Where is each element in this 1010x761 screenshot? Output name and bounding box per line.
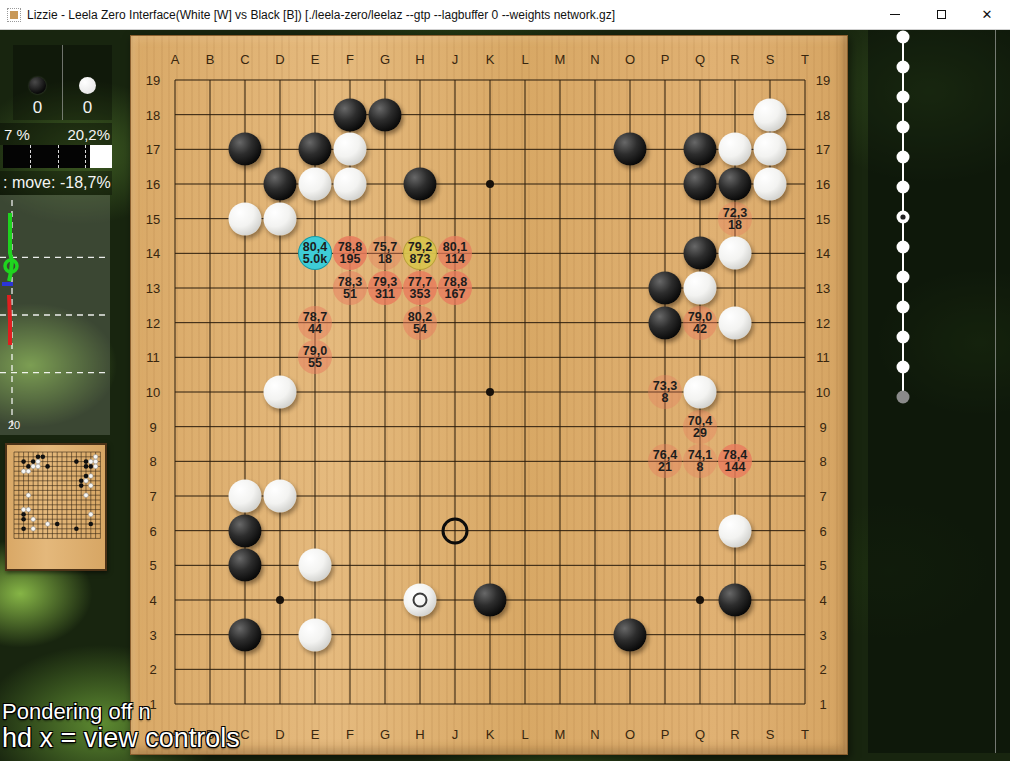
col-label-top: H: [415, 52, 424, 67]
tree-node[interactable]: [897, 331, 910, 344]
col-label-bottom: R: [730, 727, 739, 742]
suggestion-R8[interactable]: 78,4144: [718, 444, 752, 478]
stone-white-S18[interactable]: [754, 98, 787, 131]
row-label-right: 8: [819, 454, 826, 469]
row-label-right: 5: [819, 558, 826, 573]
col-label-top: G: [380, 52, 390, 67]
suggestion-visits: 5.0k: [303, 253, 327, 265]
close-icon: ✕: [982, 8, 993, 21]
col-label-top: N: [590, 52, 599, 67]
stone-white-F17[interactable]: [334, 133, 367, 166]
maximize-icon: [937, 10, 946, 19]
col-label-bottom: T: [801, 727, 809, 742]
white-winrate-label: 20,2%: [67, 126, 110, 143]
col-label-top: F: [346, 52, 354, 67]
white-captures: 0: [63, 45, 112, 120]
col-label-bottom: K: [486, 727, 495, 742]
row-label-left: 2: [149, 662, 156, 677]
winrate-bar: [3, 145, 112, 168]
stone-white-D7[interactable]: [264, 480, 297, 513]
col-label-top: E: [311, 52, 320, 67]
suggestion-visits: 18: [728, 219, 742, 231]
row-label-right: 10: [816, 385, 830, 400]
col-label-bottom: S: [766, 727, 775, 742]
suggestion-G14[interactable]: 75,718: [368, 236, 402, 270]
ponder-move-marker[interactable]: [442, 517, 469, 544]
tree-node[interactable]: [897, 91, 910, 104]
suggestion-J14[interactable]: 80,1114: [438, 236, 472, 270]
stone-black-F18[interactable]: [334, 98, 367, 131]
row-label-left: 15: [146, 211, 160, 226]
suggestion-P10[interactable]: 73,38: [648, 375, 682, 409]
col-label-bottom: Q: [695, 727, 705, 742]
tree-node[interactable]: [897, 241, 910, 254]
suggestion-H14[interactable]: 79,2873: [403, 236, 437, 270]
row-label-right: 19: [816, 73, 830, 88]
suggestion-visits: 55: [308, 357, 322, 369]
move-tree-panel[interactable]: [868, 30, 1010, 753]
stone-black-K4[interactable]: [474, 584, 507, 617]
stone-black-C17[interactable]: [229, 133, 262, 166]
col-label-bottom: P: [661, 727, 670, 742]
col-label-top: O: [625, 52, 635, 67]
row-label-left: 3: [149, 627, 156, 642]
row-label-left: 12: [146, 315, 160, 330]
row-label-left: 11: [146, 350, 160, 365]
row-label-right: 1: [819, 697, 826, 712]
stone-white-S17[interactable]: [754, 133, 787, 166]
stone-white-Q10[interactable]: [684, 376, 717, 409]
row-label-left: 1: [149, 697, 156, 712]
stone-black-P12[interactable]: [649, 306, 682, 339]
col-label-bottom: M: [555, 727, 566, 742]
window-title: Lizzie - Leela Zero Interface(White [W] …: [27, 8, 615, 22]
suggestion-visits: 42: [693, 323, 707, 335]
row-label-left: 19: [146, 73, 160, 88]
suggestion-visits: 8: [662, 392, 669, 404]
tree-node[interactable]: [897, 301, 910, 314]
col-label-top: A: [171, 52, 180, 67]
tree-node[interactable]: [897, 361, 910, 374]
stone-black-Q16[interactable]: [684, 168, 717, 201]
suggestion-P8[interactable]: 76,421: [648, 444, 682, 478]
stone-black-R4[interactable]: [719, 584, 752, 617]
white-winrate-segment: [90, 145, 112, 168]
tree-node-current[interactable]: [897, 211, 910, 224]
tree-node[interactable]: [897, 31, 910, 44]
row-label-right: 7: [819, 489, 826, 504]
tree-node[interactable]: [897, 61, 910, 74]
suggestion-E12[interactable]: 78,744: [298, 306, 332, 340]
row-label-right: 4: [819, 593, 826, 608]
window-controls: ✕: [872, 0, 1010, 30]
suggestion-F14[interactable]: 78,8195: [333, 236, 367, 270]
stone-black-H16[interactable]: [404, 168, 437, 201]
stone-black-C3[interactable]: [229, 618, 262, 651]
suggestion-visits: 21: [658, 461, 672, 473]
col-label-bottom: G: [380, 727, 390, 742]
col-label-top: C: [240, 52, 249, 67]
stone-black-Q17[interactable]: [684, 133, 717, 166]
suggestion-visits: 51: [343, 288, 357, 300]
tree-node[interactable]: [897, 391, 910, 404]
row-label-right: 16: [816, 177, 830, 192]
black-stone-icon: [29, 77, 46, 94]
last-move-marker: [413, 593, 428, 608]
row-label-left: 5: [149, 558, 156, 573]
stone-black-C6[interactable]: [229, 514, 262, 547]
stone-black-O17[interactable]: [614, 133, 647, 166]
stone-white-D15[interactable]: [264, 202, 297, 235]
winrate-half-mark: [58, 145, 59, 168]
stone-white-D10[interactable]: [264, 376, 297, 409]
white-stone-icon: [79, 77, 96, 94]
stone-white-C7[interactable]: [229, 480, 262, 513]
thumbnail-board-canvas: [7, 445, 105, 569]
row-label-left: 10: [146, 385, 160, 400]
stone-white-Q13[interactable]: [684, 272, 717, 305]
stone-white-E5[interactable]: [299, 549, 332, 582]
suggestion-visits: 353: [410, 288, 431, 300]
row-label-left: 13: [146, 281, 160, 296]
row-label-right: 18: [816, 107, 830, 122]
stone-white-R14[interactable]: [719, 237, 752, 270]
black-winrate-label: 7 %: [4, 126, 30, 143]
col-label-top: M: [555, 52, 566, 67]
row-label-left: 6: [149, 523, 156, 538]
capture-panel: 0 0: [13, 45, 112, 120]
stone-black-G18[interactable]: [369, 98, 402, 131]
col-label-bottom: O: [625, 727, 635, 742]
row-label-left: 9: [149, 419, 156, 434]
suggestion-Q8[interactable]: 74,18: [683, 444, 717, 478]
row-label-right: 11: [816, 350, 830, 365]
winrate-graph-canvas: [0, 195, 110, 435]
minimize-button[interactable]: [872, 0, 918, 30]
suggestion-G13[interactable]: 79,3311: [368, 271, 402, 305]
col-label-bottom: H: [415, 727, 424, 742]
col-label-top: K: [486, 52, 495, 67]
stone-white-S16[interactable]: [754, 168, 787, 201]
suggestion-visits: 44: [308, 323, 322, 335]
row-label-right: 17: [816, 142, 830, 157]
col-label-top: Q: [695, 52, 705, 67]
maximize-button[interactable]: [918, 0, 964, 30]
row-label-right: 2: [819, 662, 826, 677]
suggestion-Q9[interactable]: 70,429: [683, 410, 717, 444]
row-label-right: 6: [819, 523, 826, 538]
suggestion-R15[interactable]: 72,318: [718, 202, 752, 236]
suggestion-E14[interactable]: 80,45.0k: [298, 236, 332, 270]
col-label-top: D: [275, 52, 284, 67]
stone-black-E17[interactable]: [299, 133, 332, 166]
col-label-top: P: [661, 52, 670, 67]
tree-node[interactable]: [897, 181, 910, 194]
row-label-left: 18: [146, 107, 160, 122]
row-label-left: 16: [146, 177, 160, 192]
row-label-left: 4: [149, 593, 156, 608]
close-button[interactable]: ✕: [964, 0, 1010, 30]
minimize-icon: [890, 14, 900, 15]
row-label-right: 15: [816, 211, 830, 226]
suggestion-visits: 8: [697, 461, 704, 473]
col-label-bottom: E: [311, 727, 320, 742]
col-label-bottom: B: [206, 727, 215, 742]
col-label-top: S: [766, 52, 775, 67]
suggestion-visits: 195: [340, 253, 361, 265]
suggestion-H13[interactable]: 77,7353: [403, 271, 437, 305]
col-label-top: L: [521, 52, 528, 67]
row-label-right: 3: [819, 627, 826, 642]
stone-white-C15[interactable]: [229, 202, 262, 235]
black-capture-count: 0: [33, 98, 42, 118]
move-tree-canvas: [868, 30, 1010, 753]
stone-white-F16[interactable]: [334, 168, 367, 201]
black-captures: 0: [13, 45, 63, 120]
col-label-bottom: C: [240, 727, 249, 742]
tree-node[interactable]: [897, 271, 910, 284]
row-label-left: 8: [149, 454, 156, 469]
winrate-graph[interactable]: 20: [0, 195, 110, 435]
suggestion-visits: 873: [410, 253, 431, 265]
row-label-left: 17: [146, 142, 160, 157]
stone-black-R16[interactable]: [719, 168, 752, 201]
suggestion-E11[interactable]: 79,055: [298, 340, 332, 374]
row-label-right: 9: [819, 419, 826, 434]
row-label-right: 14: [816, 246, 830, 261]
stone-white-R17[interactable]: [719, 133, 752, 166]
winrate-quarter-mark: [30, 145, 31, 168]
col-label-top: R: [730, 52, 739, 67]
last-move-delta: : move: -18,7%: [0, 171, 112, 195]
suggestion-visits: 144: [725, 461, 746, 473]
app-icon: [7, 8, 21, 22]
stone-black-P13[interactable]: [649, 272, 682, 305]
col-label-top: B: [206, 52, 215, 67]
stone-black-O3[interactable]: [614, 618, 647, 651]
winrate-quarter-mark: [85, 145, 86, 168]
suggestion-Q12[interactable]: 79,042: [683, 306, 717, 340]
suggestion-visits: 311: [375, 288, 395, 300]
stone-black-D16[interactable]: [264, 168, 297, 201]
col-label-bottom: F: [346, 727, 354, 742]
title-bar: Lizzie - Leela Zero Interface(White [W] …: [0, 0, 1010, 30]
col-label-top: T: [801, 52, 809, 67]
stone-black-Q14[interactable]: [684, 237, 717, 270]
suggestion-visits: 167: [445, 288, 466, 300]
row-label-left: 7: [149, 489, 156, 504]
goban[interactable]: AABBCCDDEEFFGGHHJJKKLLMMNNOOPPQQRRSSTT19…: [130, 35, 848, 755]
tree-node[interactable]: [897, 121, 910, 134]
stone-white-E3[interactable]: [299, 618, 332, 651]
suggestion-visits: 18: [378, 253, 392, 265]
col-label-bottom: D: [275, 727, 284, 742]
stone-white-R6[interactable]: [719, 514, 752, 547]
suggestion-F13[interactable]: 78,351: [333, 271, 367, 305]
row-label-left: 14: [146, 246, 160, 261]
stone-white-E16[interactable]: [299, 168, 332, 201]
col-label-bottom: A: [171, 727, 180, 742]
stone-white-R12[interactable]: [719, 306, 752, 339]
white-capture-count: 0: [83, 98, 92, 118]
panel-separator: [995, 30, 996, 753]
winrate-labels: 7 % 20,2%: [0, 123, 112, 145]
tree-node[interactable]: [897, 151, 910, 164]
suggestion-visits: 114: [445, 253, 465, 265]
row-label-right: 12: [816, 315, 830, 330]
col-label-bottom: N: [590, 727, 599, 742]
col-label-top: J: [452, 52, 459, 67]
suggestion-J13[interactable]: 78,8167: [438, 271, 472, 305]
graph-move-label: 20: [8, 419, 20, 431]
row-label-right: 13: [816, 281, 830, 296]
suggestion-visits: 54: [413, 323, 427, 335]
col-label-bottom: J: [452, 727, 459, 742]
col-label-bottom: L: [521, 727, 528, 742]
thumbnail-board: [5, 443, 107, 571]
suggestion-H12[interactable]: 80,254: [403, 306, 437, 340]
stone-black-C5[interactable]: [229, 549, 262, 582]
suggestion-visits: 29: [693, 427, 707, 439]
